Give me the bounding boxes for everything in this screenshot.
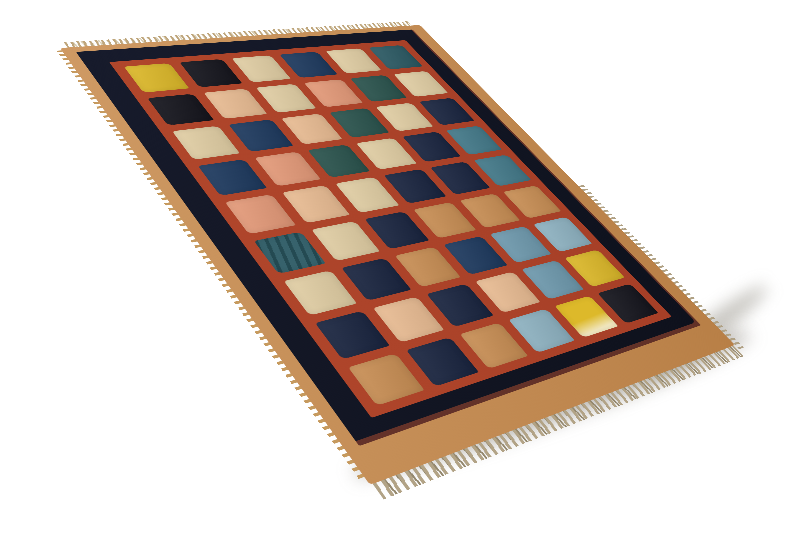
rug-cell [148,94,214,126]
rug-cell [198,159,267,196]
rug-cell [229,120,294,153]
rug-cell [254,231,326,273]
rug-cell [172,126,240,160]
rug-cell [308,145,371,178]
rug-cell [373,296,444,342]
rug-cell [282,186,349,223]
rug-cell [231,55,291,82]
rug-cell [348,353,424,406]
rug-cell [256,84,317,113]
photo-scene [0,0,800,533]
rug-cell [281,114,343,145]
rug-cell [315,311,390,360]
rug-cell [124,63,189,93]
rug-cell [284,270,357,315]
rug-cell [225,195,295,234]
rug-cell [203,89,267,119]
rug-field-grid [109,40,672,418]
rug-cell [311,221,379,261]
rug-cell [179,59,241,87]
gabbeh-rug [60,25,735,485]
rug-cell [255,152,321,187]
rug-border [76,29,701,446]
rug-cell [341,258,411,301]
